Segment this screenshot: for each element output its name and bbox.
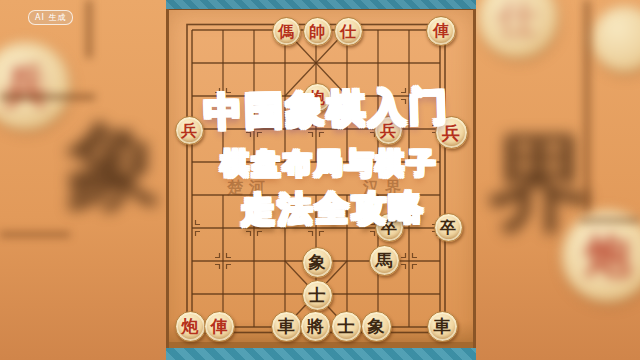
backdrop-glyph-blob: 界 xyxy=(488,130,593,235)
piece-black-r6c6[interactable]: 卒 xyxy=(375,213,404,242)
backdrop-gridline-blob xyxy=(86,0,92,58)
backdrop-piece-blob: 兵 xyxy=(0,42,70,130)
piece-black-r9c5[interactable]: 士 xyxy=(331,311,362,342)
piece-red-r0c3[interactable]: 傌 xyxy=(272,17,301,46)
backdrop-gridline-blob xyxy=(0,232,70,237)
piece-red-r0c4[interactable]: 帥 xyxy=(303,17,332,46)
piece-red-r3c6[interactable]: 兵 xyxy=(374,116,403,145)
backdrop-glyph-blob: 象 xyxy=(66,118,161,213)
xiangqi-board: 楚河 汉界 傌帥仕俥炮兵兵兵卒卒象馬士炮俥車將士象車 xyxy=(166,9,476,348)
piece-red-r3c0[interactable]: 兵 xyxy=(175,116,204,145)
teal-bottom-bar xyxy=(166,348,476,360)
backdrop-gridline-blob xyxy=(584,0,590,212)
backdrop-piece-blob xyxy=(592,6,640,72)
piece-black-r7c6[interactable]: 馬 xyxy=(369,245,400,276)
piece-red-r3c8[interactable]: 兵 xyxy=(435,116,468,149)
piece-black-r9c6[interactable]: 象 xyxy=(361,311,392,342)
piece-red-r9c1[interactable]: 俥 xyxy=(204,311,235,342)
teal-top-bar xyxy=(166,0,476,9)
piece-black-r9c3[interactable]: 車 xyxy=(271,311,302,342)
backdrop-gridline-blob xyxy=(0,94,95,100)
backdrop-gridline-blob xyxy=(580,218,640,223)
piece-black-r6c8[interactable]: 卒 xyxy=(434,213,463,242)
backdrop-piece-blob: 仕 xyxy=(478,0,558,58)
piece-black-r9c8[interactable]: 車 xyxy=(427,311,458,342)
piece-red-r9c0[interactable]: 炮 xyxy=(175,311,206,342)
piece-red-r2c4[interactable]: 炮 xyxy=(303,83,332,112)
piece-red-r0c5[interactable]: 仕 xyxy=(334,17,363,46)
ai-generated-badge: AI 生成 xyxy=(28,10,73,25)
piece-black-r8c4[interactable]: 士 xyxy=(302,280,333,311)
piece-black-r9c4[interactable]: 將 xyxy=(300,311,331,342)
piece-black-r7c4[interactable]: 象 xyxy=(302,247,333,278)
board-panel: 楚河 汉界 傌帥仕俥炮兵兵兵卒卒象馬士炮俥車將士象車 xyxy=(166,0,476,360)
thumbnail-stage: 兵象仕界炮 楚河 汉界 傌帥仕俥炮兵兵兵卒卒象馬士炮俥車將士象車 中国象棋入门 … xyxy=(0,0,640,360)
piece-red-r0c8[interactable]: 俥 xyxy=(426,16,456,46)
backdrop-piece-blob: 炮 xyxy=(562,210,640,302)
pieces-layer: 傌帥仕俥炮兵兵兵卒卒象馬士炮俥車將士象車 xyxy=(166,9,476,348)
